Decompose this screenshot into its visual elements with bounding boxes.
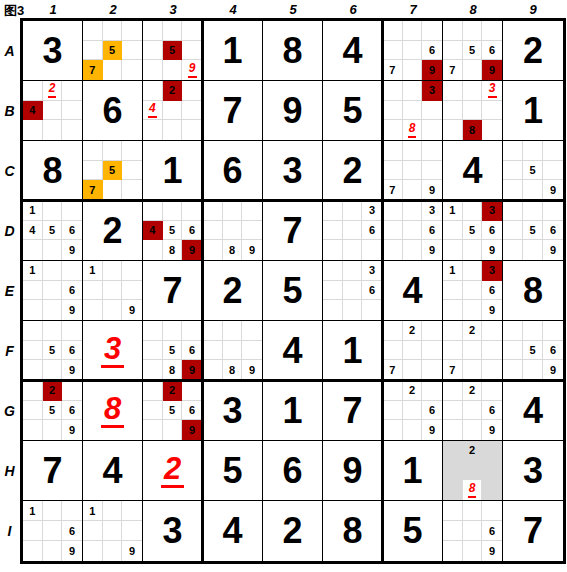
empty-subcell xyxy=(143,201,163,221)
empty-subcell xyxy=(223,321,243,341)
candidate-3: 3 xyxy=(482,201,502,221)
empty-subcell xyxy=(62,120,82,140)
cell-G2[interactable]: 8 xyxy=(83,381,143,441)
candidate-6: 6 xyxy=(482,281,502,301)
empty-subcell xyxy=(83,161,103,181)
empty-subcell xyxy=(203,221,223,241)
cell-H1[interactable]: 7 xyxy=(23,441,83,501)
cell-I3[interactable]: 3 xyxy=(143,501,203,561)
cell-B1[interactable]: 24 xyxy=(23,81,83,141)
cell-G4[interactable]: 3 xyxy=(203,381,263,441)
candidate-1: 1 xyxy=(83,501,103,521)
empty-subcell xyxy=(503,180,523,200)
candidate-4: 4 xyxy=(143,101,163,121)
candidate-3: 3 xyxy=(482,261,502,281)
empty-subcell xyxy=(43,501,63,521)
candidate-8: 8 xyxy=(223,240,243,260)
cell-H2[interactable]: 4 xyxy=(83,441,143,501)
placed-digit: 7 xyxy=(42,453,62,489)
placed-digit: 5 xyxy=(222,453,242,489)
empty-subcell xyxy=(343,201,363,221)
cell-A6[interactable]: 4 xyxy=(323,21,383,81)
cell-E3[interactable]: 7 xyxy=(143,261,203,321)
empty-subcell xyxy=(463,281,483,301)
cell-F6[interactable]: 1 xyxy=(323,321,383,381)
placed-digit: 3 xyxy=(42,33,62,69)
empty-subcell xyxy=(482,480,502,500)
empty-subcell xyxy=(163,101,183,121)
cell-B5[interactable]: 9 xyxy=(263,81,323,141)
col-label-6: 6 xyxy=(323,0,383,18)
cell-I2[interactable]: 19 xyxy=(83,501,143,561)
empty-subcell xyxy=(443,381,463,401)
empty-subcell xyxy=(523,240,543,260)
candidate-2: 2 xyxy=(43,81,63,101)
cell-C8[interactable]: 4 xyxy=(443,141,503,201)
cell-F2[interactable]: 3 xyxy=(83,321,143,381)
empty-subcell xyxy=(143,360,163,380)
cell-H7[interactable]: 1 xyxy=(383,441,443,501)
empty-subcell xyxy=(43,201,63,221)
cell-F1[interactable]: 569 xyxy=(23,321,83,381)
candidate-2: 2 xyxy=(43,381,63,401)
candidate-1: 1 xyxy=(443,201,463,221)
row-label-A: A xyxy=(0,21,19,81)
candidate-7: 7 xyxy=(83,60,103,80)
empty-subcell xyxy=(343,240,363,260)
cell-F5[interactable]: 4 xyxy=(263,321,323,381)
empty-subcell xyxy=(23,420,43,440)
empty-subcell xyxy=(143,381,163,401)
empty-subcell xyxy=(62,501,82,521)
candidate-6: 6 xyxy=(543,221,563,241)
empty-subcell xyxy=(43,521,63,541)
empty-subcell xyxy=(23,541,43,561)
empty-subcell xyxy=(83,141,103,161)
empty-subcell xyxy=(463,341,483,361)
cell-I5[interactable]: 2 xyxy=(263,501,323,561)
sudoku-figure: 图3 123456789 ABCDEFGHI 35759184679567922… xyxy=(0,0,567,572)
cell-D8[interactable]: 13569 xyxy=(443,201,503,261)
placed-digit: 1 xyxy=(282,393,302,429)
candidate-6: 6 xyxy=(482,41,502,61)
empty-subcell xyxy=(83,41,103,61)
candidate-5: 5 xyxy=(43,401,63,421)
candidate-9: 9 xyxy=(422,240,442,260)
candidate-1: 1 xyxy=(23,201,43,221)
empty-subcell xyxy=(463,201,483,221)
cell-H6[interactable]: 9 xyxy=(323,441,383,501)
candidate-6: 6 xyxy=(182,401,202,421)
empty-subcell xyxy=(523,180,543,200)
empty-subcell xyxy=(122,161,142,181)
box-border-horizontal-2 xyxy=(23,379,563,382)
empty-subcell xyxy=(503,321,523,341)
empty-subcell xyxy=(362,300,382,320)
placed-digit: 2 xyxy=(342,153,362,189)
empty-subcell xyxy=(43,120,63,140)
placed-digit: 7 xyxy=(222,93,242,129)
empty-subcell xyxy=(503,221,523,241)
cell-I1[interactable]: 169 xyxy=(23,501,83,561)
empty-subcell xyxy=(443,441,463,461)
candidate-5: 5 xyxy=(103,41,123,61)
empty-subcell xyxy=(443,240,463,260)
empty-subcell xyxy=(323,281,343,301)
empty-subcell xyxy=(403,60,423,80)
candidate-1: 1 xyxy=(23,501,43,521)
empty-subcell xyxy=(503,201,523,221)
empty-subcell xyxy=(343,221,363,241)
placed-digit: 1 xyxy=(222,33,242,69)
placed-digit: 5 xyxy=(342,93,362,129)
cell-H9[interactable]: 3 xyxy=(503,441,563,501)
placed-digit: 8 xyxy=(342,513,362,549)
empty-subcell xyxy=(422,321,442,341)
empty-subcell xyxy=(383,141,403,161)
cell-B7[interactable]: 38 xyxy=(383,81,443,141)
new-candidate-9: 9 xyxy=(188,62,197,78)
empty-subcell xyxy=(122,180,142,200)
candidate-5: 5 xyxy=(163,401,183,421)
candidate-7: 7 xyxy=(443,360,463,380)
empty-subcell xyxy=(482,21,502,41)
empty-subcell xyxy=(383,240,403,260)
new-candidate-4: 4 xyxy=(148,102,157,118)
candidate-6: 6 xyxy=(182,341,202,361)
candidate-6: 6 xyxy=(182,221,202,241)
row-label-G: G xyxy=(0,381,19,441)
candidate-9: 9 xyxy=(543,360,563,380)
cell-D5[interactable]: 7 xyxy=(263,201,323,261)
empty-subcell xyxy=(62,201,82,221)
cell-C7[interactable]: 79 xyxy=(383,141,443,201)
placed-digit: 6 xyxy=(282,453,302,489)
cell-C1[interactable]: 8 xyxy=(23,141,83,201)
cell-A2[interactable]: 57 xyxy=(83,21,143,81)
cell-B6[interactable]: 5 xyxy=(323,81,383,141)
empty-subcell xyxy=(203,240,223,260)
candidate-5: 5 xyxy=(43,221,63,241)
candidate-9: 9 xyxy=(422,60,442,80)
empty-subcell xyxy=(463,101,483,121)
cell-E2[interactable]: 19 xyxy=(83,261,143,321)
cell-A3[interactable]: 59 xyxy=(143,21,203,81)
empty-subcell xyxy=(62,381,82,401)
candidate-7: 7 xyxy=(383,360,403,380)
empty-subcell xyxy=(403,21,423,41)
placed-digit: 9 xyxy=(342,453,362,489)
cell-E4[interactable]: 2 xyxy=(203,261,263,321)
cell-A9[interactable]: 2 xyxy=(503,21,563,81)
candidate-2: 2 xyxy=(463,441,483,461)
cell-G9[interactable]: 4 xyxy=(503,381,563,441)
placed-digit: 6 xyxy=(222,153,242,189)
placed-digit: 2 xyxy=(282,513,302,549)
empty-subcell xyxy=(383,321,403,341)
cell-I9[interactable]: 7 xyxy=(503,501,563,561)
cell-D9[interactable]: 569 xyxy=(503,201,563,261)
candidate-2: 2 xyxy=(403,381,423,401)
empty-subcell xyxy=(83,521,103,541)
candidate-3: 3 xyxy=(482,81,502,101)
empty-subcell xyxy=(143,41,163,61)
cell-F8[interactable]: 27 xyxy=(443,321,503,381)
empty-subcell xyxy=(383,201,403,221)
cell-D2[interactable]: 2 xyxy=(83,201,143,261)
cell-D7[interactable]: 369 xyxy=(383,201,443,261)
cell-A5[interactable]: 8 xyxy=(263,21,323,81)
candidate-3: 3 xyxy=(422,81,442,101)
candidate-3: 3 xyxy=(362,201,382,221)
empty-subcell xyxy=(83,281,103,301)
empty-subcell xyxy=(103,60,123,80)
empty-subcell xyxy=(122,41,142,61)
empty-subcell xyxy=(182,101,202,121)
empty-subcell xyxy=(403,341,423,361)
row-label-B: B xyxy=(0,81,19,141)
cell-B2[interactable]: 6 xyxy=(83,81,143,141)
empty-subcell xyxy=(383,21,403,41)
empty-subcell xyxy=(103,281,123,301)
placed-digit: 5 xyxy=(402,513,422,549)
cell-C2[interactable]: 57 xyxy=(83,141,143,201)
empty-subcell xyxy=(463,21,483,41)
empty-subcell xyxy=(323,300,343,320)
empty-subcell xyxy=(203,341,223,361)
candidate-6: 6 xyxy=(482,521,502,541)
candidate-8: 8 xyxy=(463,480,483,500)
cell-G8[interactable]: 269 xyxy=(443,381,503,441)
candidate-8: 8 xyxy=(403,120,423,140)
cell-D4[interactable]: 89 xyxy=(203,201,263,261)
candidate-5: 5 xyxy=(523,341,543,361)
candidate-4: 4 xyxy=(23,101,43,121)
candidate-5: 5 xyxy=(163,221,183,241)
empty-subcell xyxy=(122,141,142,161)
empty-subcell xyxy=(443,21,463,41)
col-label-5: 5 xyxy=(263,0,323,18)
empty-subcell xyxy=(383,161,403,181)
empty-subcell xyxy=(482,360,502,380)
cell-E5[interactable]: 5 xyxy=(263,261,323,321)
cell-G5[interactable]: 1 xyxy=(263,381,323,441)
candidate-6: 6 xyxy=(62,401,82,421)
empty-subcell xyxy=(122,521,142,541)
cell-A4[interactable]: 1 xyxy=(203,21,263,81)
empty-subcell xyxy=(182,321,202,341)
empty-subcell xyxy=(403,240,423,260)
empty-subcell xyxy=(422,161,442,181)
cell-E7[interactable]: 4 xyxy=(383,261,443,321)
cell-H8[interactable]: 28 xyxy=(443,441,503,501)
cell-D3[interactable]: 45689 xyxy=(143,201,203,261)
empty-subcell xyxy=(223,341,243,361)
empty-subcell xyxy=(403,81,423,101)
cell-A1[interactable]: 3 xyxy=(23,21,83,81)
cell-E6[interactable]: 36 xyxy=(323,261,383,321)
empty-subcell xyxy=(23,281,43,301)
empty-subcell xyxy=(503,240,523,260)
candidate-6: 6 xyxy=(422,401,442,421)
candidate-9: 9 xyxy=(482,240,502,260)
cell-E9[interactable]: 8 xyxy=(503,261,563,321)
cell-D6[interactable]: 36 xyxy=(323,201,383,261)
cell-B3[interactable]: 24 xyxy=(143,81,203,141)
empty-subcell xyxy=(403,141,423,161)
empty-subcell xyxy=(482,381,502,401)
cell-H4[interactable]: 5 xyxy=(203,441,263,501)
empty-subcell xyxy=(463,420,483,440)
cell-G7[interactable]: 269 xyxy=(383,381,443,441)
cell-G6[interactable]: 7 xyxy=(323,381,383,441)
candidate-9: 9 xyxy=(62,300,82,320)
empty-subcell xyxy=(103,521,123,541)
empty-subcell xyxy=(83,21,103,41)
empty-subcell xyxy=(323,240,343,260)
placed-digit-red: 3 xyxy=(101,333,124,368)
empty-subcell xyxy=(23,240,43,260)
empty-subcell xyxy=(23,381,43,401)
cell-B8[interactable]: 38 xyxy=(443,81,503,141)
cell-F9[interactable]: 569 xyxy=(503,321,563,381)
empty-subcell xyxy=(122,261,142,281)
empty-subcell xyxy=(443,480,463,500)
new-candidate-8: 8 xyxy=(468,482,477,498)
cell-C4[interactable]: 6 xyxy=(203,141,263,201)
empty-subcell xyxy=(443,81,463,101)
candidate-6: 6 xyxy=(543,341,563,361)
empty-subcell xyxy=(383,420,403,440)
empty-subcell xyxy=(23,360,43,380)
col-label-8: 8 xyxy=(443,0,503,18)
empty-subcell xyxy=(523,321,543,341)
empty-subcell xyxy=(163,21,183,41)
empty-subcell xyxy=(422,141,442,161)
candidate-6: 6 xyxy=(422,41,442,61)
empty-subcell xyxy=(83,300,103,320)
cell-A7[interactable]: 679 xyxy=(383,21,443,81)
empty-subcell xyxy=(403,41,423,61)
candidate-4: 4 xyxy=(143,221,163,241)
cell-C9[interactable]: 59 xyxy=(503,141,563,201)
empty-subcell xyxy=(242,341,262,361)
cell-I4[interactable]: 4 xyxy=(203,501,263,561)
empty-subcell xyxy=(463,81,483,101)
cell-E8[interactable]: 1369 xyxy=(443,261,503,321)
placed-digit: 3 xyxy=(523,453,543,489)
empty-subcell xyxy=(463,60,483,80)
empty-subcell xyxy=(482,101,502,121)
candidate-9: 9 xyxy=(543,240,563,260)
placed-digit: 8 xyxy=(523,273,543,309)
empty-subcell xyxy=(103,541,123,561)
empty-subcell xyxy=(463,300,483,320)
empty-subcell xyxy=(43,300,63,320)
cell-I8[interactable]: 69 xyxy=(443,501,503,561)
empty-subcell xyxy=(463,261,483,281)
empty-subcell xyxy=(203,360,223,380)
candidate-9: 9 xyxy=(242,360,262,380)
cell-H5[interactable]: 6 xyxy=(263,441,323,501)
placed-digit: 4 xyxy=(102,453,122,489)
empty-subcell xyxy=(23,401,43,421)
placed-digit: 7 xyxy=(523,513,543,549)
empty-subcell xyxy=(422,101,442,121)
empty-subcell xyxy=(163,321,183,341)
empty-subcell xyxy=(103,141,123,161)
empty-subcell xyxy=(203,201,223,221)
empty-subcell xyxy=(443,521,463,541)
empty-subcell xyxy=(383,221,403,241)
candidate-7: 7 xyxy=(83,180,103,200)
candidate-2: 2 xyxy=(463,381,483,401)
cell-F7[interactable]: 27 xyxy=(383,321,443,381)
empty-subcell xyxy=(543,321,563,341)
cell-C5[interactable]: 3 xyxy=(263,141,323,201)
new-candidate-3: 3 xyxy=(488,82,497,98)
empty-subcell xyxy=(203,321,223,341)
candidate-9: 9 xyxy=(62,541,82,561)
candidate-9: 9 xyxy=(182,420,202,440)
row-label-I: I xyxy=(0,501,19,561)
empty-subcell xyxy=(482,501,502,521)
empty-subcell xyxy=(362,240,382,260)
empty-subcell xyxy=(403,360,423,380)
cell-F4[interactable]: 89 xyxy=(203,321,263,381)
empty-subcell xyxy=(463,501,483,521)
empty-subcell xyxy=(383,341,403,361)
cell-E1[interactable]: 169 xyxy=(23,261,83,321)
cell-B4[interactable]: 7 xyxy=(203,81,263,141)
cell-F3[interactable]: 5689 xyxy=(143,321,203,381)
candidate-6: 6 xyxy=(62,281,82,301)
empty-subcell xyxy=(403,201,423,221)
empty-subcell xyxy=(463,401,483,421)
empty-subcell xyxy=(422,381,442,401)
placed-digit: 8 xyxy=(282,33,302,69)
empty-subcell xyxy=(443,41,463,61)
empty-subcell xyxy=(443,541,463,561)
empty-subcell xyxy=(242,221,262,241)
cell-C3[interactable]: 1 xyxy=(143,141,203,201)
empty-subcell xyxy=(43,541,63,561)
candidate-5: 5 xyxy=(163,41,183,61)
empty-subcell xyxy=(422,360,442,380)
candidate-6: 6 xyxy=(482,221,502,241)
row-label-F: F xyxy=(0,321,19,381)
empty-subcell xyxy=(323,261,343,281)
cell-G1[interactable]: 2569 xyxy=(23,381,83,441)
cell-I6[interactable]: 8 xyxy=(323,501,383,561)
cell-G3[interactable]: 2569 xyxy=(143,381,203,441)
cell-I7[interactable]: 5 xyxy=(383,501,443,561)
empty-subcell xyxy=(482,120,502,140)
placed-digit: 1 xyxy=(162,153,182,189)
cell-C6[interactable]: 2 xyxy=(323,141,383,201)
cell-H3[interactable]: 2 xyxy=(143,441,203,501)
col-label-9: 9 xyxy=(503,0,563,18)
placed-digit: 1 xyxy=(342,333,362,369)
cell-D1[interactable]: 14569 xyxy=(23,201,83,261)
candidate-9: 9 xyxy=(422,420,442,440)
row-label-C: C xyxy=(0,141,19,201)
empty-subcell xyxy=(543,161,563,181)
cell-B9[interactable]: 1 xyxy=(503,81,563,141)
empty-subcell xyxy=(443,341,463,361)
cell-A8[interactable]: 5679 xyxy=(443,21,503,81)
empty-subcell xyxy=(383,401,403,421)
